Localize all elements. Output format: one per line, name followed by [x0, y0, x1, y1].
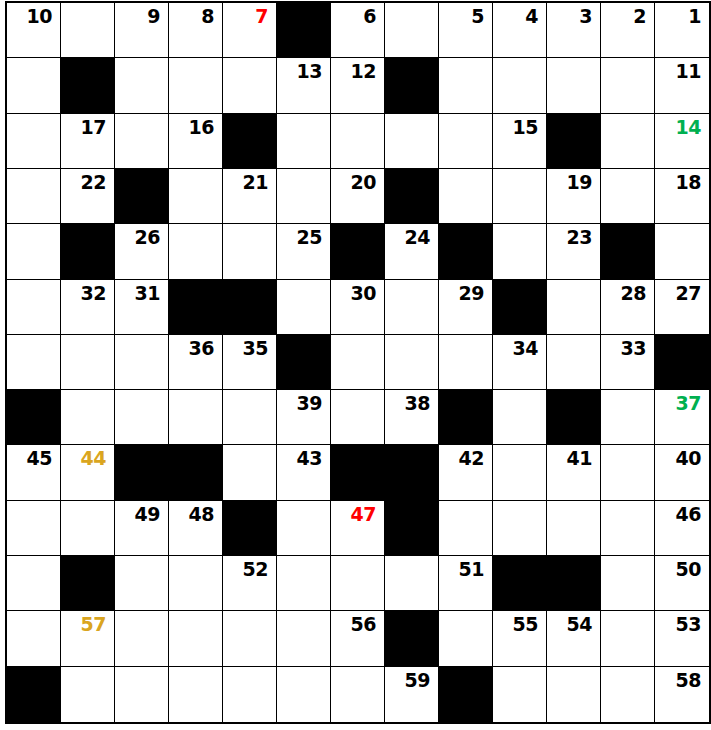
cell[interactable] [547, 58, 601, 113]
cell[interactable] [7, 280, 61, 335]
cell[interactable] [223, 58, 277, 113]
cell[interactable] [7, 224, 61, 279]
clue-number: 7 [255, 3, 268, 29]
clue-number: 46 [676, 501, 701, 527]
cell[interactable] [277, 501, 331, 556]
cell[interactable] [115, 667, 169, 722]
cell[interactable] [169, 556, 223, 611]
clue-number: 42 [459, 445, 484, 471]
cell[interactable] [223, 667, 277, 722]
cell[interactable] [277, 114, 331, 169]
cell[interactable]: 2 [601, 3, 655, 58]
cell[interactable] [655, 224, 709, 279]
black-cell [601, 224, 655, 279]
cell[interactable]: 7 [223, 3, 277, 58]
black-cell [439, 390, 493, 445]
cell[interactable]: 32 [61, 280, 115, 335]
clue-number: 37 [676, 390, 701, 416]
cell[interactable]: 13 [277, 58, 331, 113]
black-cell [277, 3, 331, 58]
cell[interactable] [115, 390, 169, 445]
clue-number: 8 [201, 3, 214, 29]
cell[interactable] [385, 280, 439, 335]
black-cell [385, 169, 439, 224]
clue-number: 57 [81, 611, 106, 637]
cell[interactable]: 5 [439, 3, 493, 58]
cell[interactable] [277, 169, 331, 224]
cell[interactable]: 29 [439, 280, 493, 335]
crossword-grid: 1098765432113121117161514222120191826252… [5, 1, 711, 724]
clue-number: 45 [27, 445, 52, 471]
black-cell [439, 224, 493, 279]
clue-number: 21 [243, 169, 268, 195]
clue-number: 41 [567, 445, 592, 471]
cell[interactable] [493, 169, 547, 224]
cell[interactable]: 11 [655, 58, 709, 113]
clue-number: 40 [676, 445, 701, 471]
clue-number: 30 [351, 280, 376, 306]
cell[interactable] [601, 445, 655, 500]
clue-number: 59 [405, 667, 430, 693]
cell[interactable] [115, 58, 169, 113]
clue-number: 10 [27, 3, 52, 29]
black-cell [7, 390, 61, 445]
cell[interactable]: 47 [331, 501, 385, 556]
cell[interactable]: 55 [493, 611, 547, 666]
cell[interactable] [331, 114, 385, 169]
black-cell [331, 224, 385, 279]
cell[interactable] [61, 3, 115, 58]
cell[interactable]: 50 [655, 556, 709, 611]
cell[interactable] [223, 445, 277, 500]
cell[interactable] [223, 224, 277, 279]
cell[interactable]: 22 [61, 169, 115, 224]
cell[interactable]: 35 [223, 335, 277, 390]
clue-number: 55 [513, 611, 538, 637]
cell[interactable] [439, 611, 493, 666]
cell[interactable] [601, 556, 655, 611]
clue-number: 31 [135, 280, 160, 306]
clue-number: 56 [351, 611, 376, 637]
clue-number: 34 [513, 335, 538, 361]
black-cell [547, 114, 601, 169]
cell[interactable]: 52 [223, 556, 277, 611]
clue-number: 25 [297, 224, 322, 250]
clue-number: 35 [243, 335, 268, 361]
cell[interactable] [277, 556, 331, 611]
clue-number: 2 [633, 3, 646, 29]
cell[interactable]: 18 [655, 169, 709, 224]
clue-number: 39 [297, 390, 322, 416]
clue-number: 19 [567, 169, 592, 195]
cell[interactable] [277, 611, 331, 666]
clue-number: 49 [135, 501, 160, 527]
cell[interactable] [439, 335, 493, 390]
cell[interactable]: 57 [61, 611, 115, 666]
clue-number: 33 [621, 335, 646, 361]
black-cell [439, 667, 493, 722]
cell[interactable] [169, 390, 223, 445]
cell[interactable]: 25 [277, 224, 331, 279]
cell[interactable] [439, 501, 493, 556]
cell[interactable] [493, 501, 547, 556]
cell[interactable]: 48 [169, 501, 223, 556]
cell[interactable] [439, 114, 493, 169]
cell[interactable]: 14 [655, 114, 709, 169]
cell[interactable] [61, 667, 115, 722]
cell[interactable] [169, 667, 223, 722]
black-cell [277, 335, 331, 390]
clue-number: 9 [147, 3, 160, 29]
cell[interactable] [493, 390, 547, 445]
cell[interactable] [7, 501, 61, 556]
clue-number: 47 [351, 501, 376, 527]
cell[interactable]: 36 [169, 335, 223, 390]
cell[interactable] [385, 335, 439, 390]
cell[interactable]: 49 [115, 501, 169, 556]
clue-number: 29 [459, 280, 484, 306]
clue-number: 15 [513, 114, 538, 140]
black-cell [223, 114, 277, 169]
cell[interactable] [547, 280, 601, 335]
cell[interactable]: 33 [601, 335, 655, 390]
cell[interactable] [115, 335, 169, 390]
cell[interactable] [277, 280, 331, 335]
cell[interactable] [493, 667, 547, 722]
cell[interactable]: 12 [331, 58, 385, 113]
cell[interactable] [7, 556, 61, 611]
cell[interactable]: 21 [223, 169, 277, 224]
cell[interactable]: 53 [655, 611, 709, 666]
black-cell [493, 556, 547, 611]
cell[interactable] [385, 556, 439, 611]
cell[interactable] [115, 611, 169, 666]
cell[interactable] [331, 335, 385, 390]
black-cell [385, 611, 439, 666]
cell[interactable] [7, 58, 61, 113]
clue-number: 4 [525, 3, 538, 29]
cell[interactable] [169, 58, 223, 113]
cell[interactable]: 40 [655, 445, 709, 500]
clue-number: 58 [676, 667, 701, 693]
clue-number: 18 [676, 169, 701, 195]
cell[interactable]: 34 [493, 335, 547, 390]
clue-number: 38 [405, 390, 430, 416]
clue-number: 17 [81, 114, 106, 140]
cell[interactable] [61, 390, 115, 445]
clue-number: 23 [567, 224, 592, 250]
cell[interactable]: 45 [7, 445, 61, 500]
black-cell [655, 335, 709, 390]
cell[interactable]: 26 [115, 224, 169, 279]
cell[interactable]: 42 [439, 445, 493, 500]
cell[interactable]: 10 [7, 3, 61, 58]
cell[interactable]: 30 [331, 280, 385, 335]
cell[interactable]: 17 [61, 114, 115, 169]
black-cell [61, 58, 115, 113]
cell[interactable]: 46 [655, 501, 709, 556]
cell[interactable] [7, 169, 61, 224]
clue-number: 53 [676, 611, 701, 637]
clue-number: 36 [189, 335, 214, 361]
cell[interactable] [331, 556, 385, 611]
black-cell [223, 280, 277, 335]
cell[interactable] [7, 335, 61, 390]
cell[interactable] [61, 501, 115, 556]
cell[interactable]: 51 [439, 556, 493, 611]
black-cell [385, 58, 439, 113]
black-cell [547, 390, 601, 445]
cell[interactable]: 56 [331, 611, 385, 666]
cell[interactable] [331, 390, 385, 445]
cell[interactable] [169, 611, 223, 666]
cell[interactable]: 3 [547, 3, 601, 58]
clue-number: 22 [81, 169, 106, 195]
cell[interactable] [223, 390, 277, 445]
clue-number: 28 [621, 280, 646, 306]
clue-number: 16 [189, 114, 214, 140]
cell[interactable] [331, 667, 385, 722]
cell[interactable] [277, 667, 331, 722]
cell[interactable] [439, 169, 493, 224]
clue-number: 44 [81, 445, 106, 471]
black-cell [61, 556, 115, 611]
clue-number: 27 [676, 280, 701, 306]
cell[interactable]: 1 [655, 3, 709, 58]
black-cell [115, 445, 169, 500]
cell[interactable] [601, 58, 655, 113]
cell[interactable]: 6 [331, 3, 385, 58]
clue-number: 51 [459, 556, 484, 582]
black-cell [115, 169, 169, 224]
cell[interactable] [601, 501, 655, 556]
cell[interactable]: 15 [493, 114, 547, 169]
black-cell [331, 445, 385, 500]
cell[interactable]: 39 [277, 390, 331, 445]
cell[interactable] [493, 224, 547, 279]
cell[interactable]: 20 [331, 169, 385, 224]
clue-number: 54 [567, 611, 592, 637]
cell[interactable]: 41 [547, 445, 601, 500]
clue-number: 43 [297, 445, 322, 471]
cell[interactable] [601, 169, 655, 224]
cell[interactable]: 4 [493, 3, 547, 58]
clue-number: 50 [676, 556, 701, 582]
cell[interactable] [7, 611, 61, 666]
cell[interactable] [493, 445, 547, 500]
clue-number: 3 [579, 3, 592, 29]
black-cell [547, 556, 601, 611]
cell[interactable]: 16 [169, 114, 223, 169]
clue-number: 12 [351, 58, 376, 84]
black-cell [7, 667, 61, 722]
cell[interactable] [601, 667, 655, 722]
cell[interactable]: 37 [655, 390, 709, 445]
clue-number: 52 [243, 556, 268, 582]
cell[interactable] [601, 390, 655, 445]
black-cell [169, 280, 223, 335]
black-cell [385, 501, 439, 556]
cell[interactable] [601, 114, 655, 169]
cell[interactable]: 23 [547, 224, 601, 279]
cell[interactable] [115, 114, 169, 169]
cell[interactable] [115, 556, 169, 611]
clue-number: 14 [676, 114, 701, 140]
cell[interactable] [223, 611, 277, 666]
cell[interactable]: 38 [385, 390, 439, 445]
cell[interactable]: 19 [547, 169, 601, 224]
black-cell [61, 224, 115, 279]
cell[interactable] [169, 169, 223, 224]
cell[interactable] [601, 611, 655, 666]
cell[interactable] [7, 114, 61, 169]
clue-number: 11 [676, 58, 701, 84]
cell[interactable]: 59 [385, 667, 439, 722]
black-cell [385, 445, 439, 500]
clue-number: 20 [351, 169, 376, 195]
clue-number: 6 [363, 3, 376, 29]
cell[interactable] [169, 224, 223, 279]
clue-number: 13 [297, 58, 322, 84]
clue-number: 26 [135, 224, 160, 250]
black-cell [169, 445, 223, 500]
cell[interactable] [547, 667, 601, 722]
cell[interactable]: 44 [61, 445, 115, 500]
cell[interactable] [61, 335, 115, 390]
clue-number: 24 [405, 224, 430, 250]
cell[interactable] [547, 501, 601, 556]
clue-number: 48 [189, 501, 214, 527]
cell[interactable] [439, 58, 493, 113]
cell[interactable]: 43 [277, 445, 331, 500]
cell[interactable]: 24 [385, 224, 439, 279]
cell[interactable]: 54 [547, 611, 601, 666]
cell[interactable]: 8 [169, 3, 223, 58]
clue-number: 32 [81, 280, 106, 306]
black-cell [493, 280, 547, 335]
cell[interactable]: 27 [655, 280, 709, 335]
cell[interactable]: 28 [601, 280, 655, 335]
cell[interactable] [385, 3, 439, 58]
cell[interactable] [493, 58, 547, 113]
cell[interactable]: 58 [655, 667, 709, 722]
cell[interactable] [385, 114, 439, 169]
cell[interactable]: 9 [115, 3, 169, 58]
black-cell [223, 501, 277, 556]
clue-number: 5 [471, 3, 484, 29]
cell[interactable] [547, 335, 601, 390]
clue-number: 1 [688, 3, 701, 29]
cell[interactable]: 31 [115, 280, 169, 335]
